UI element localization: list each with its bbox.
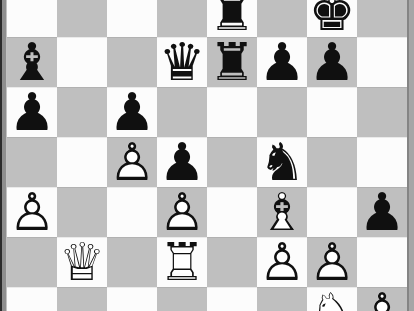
board-left-border xyxy=(0,0,7,311)
black-knight-f5: ♞ xyxy=(257,137,307,187)
white-rook-d3: ♖ xyxy=(157,237,207,287)
square-a7[interactable]: ♝ xyxy=(7,37,57,87)
black-bishop-a7: ♝ xyxy=(7,37,57,87)
square-d7[interactable]: ♛ xyxy=(157,37,207,87)
square-g5[interactable] xyxy=(307,137,357,187)
square-f6[interactable] xyxy=(257,87,307,137)
white-pawn-d4-fill: ♟ xyxy=(157,187,207,237)
square-b8[interactable] xyxy=(57,0,107,37)
square-f5[interactable]: ♞ xyxy=(257,137,307,187)
square-h5[interactable] xyxy=(357,137,407,187)
square-h3[interactable] xyxy=(357,237,407,287)
square-d8[interactable] xyxy=(157,0,207,37)
square-e6[interactable] xyxy=(207,87,257,137)
square-h2[interactable]: ♟♙ xyxy=(357,287,407,311)
square-a6[interactable]: ♟ xyxy=(7,87,57,137)
square-a5[interactable] xyxy=(7,137,57,187)
square-b6[interactable] xyxy=(57,87,107,137)
square-a4[interactable]: ♟♙ xyxy=(7,187,57,237)
black-pawn-d5: ♟ xyxy=(157,137,207,187)
square-b5[interactable] xyxy=(57,137,107,187)
square-d6[interactable] xyxy=(157,87,207,137)
square-c5[interactable]: ♟♙ xyxy=(107,137,157,187)
square-h7[interactable] xyxy=(357,37,407,87)
square-h6[interactable] xyxy=(357,87,407,137)
white-pawn-f3: ♙ xyxy=(257,237,307,287)
black-pawn-h4: ♟ xyxy=(357,187,407,237)
white-bishop-f4-fill: ♝ xyxy=(257,187,307,237)
square-g3[interactable]: ♟♙ xyxy=(307,237,357,287)
black-pawn-a6: ♟ xyxy=(7,87,57,137)
black-pawn-f7: ♟ xyxy=(257,37,307,87)
square-c3[interactable] xyxy=(107,237,157,287)
square-e3[interactable] xyxy=(207,237,257,287)
square-a3[interactable] xyxy=(7,237,57,287)
square-f4[interactable]: ♝♗ xyxy=(257,187,307,237)
black-king-g8: ♚ xyxy=(307,0,357,37)
board-right-border xyxy=(407,0,414,311)
square-e2[interactable] xyxy=(207,287,257,311)
square-g6[interactable] xyxy=(307,87,357,137)
black-pawn-c6: ♟ xyxy=(107,87,157,137)
square-a2[interactable] xyxy=(7,287,57,311)
white-queen-b3: ♕ xyxy=(57,237,107,287)
white-pawn-h2: ♙ xyxy=(357,287,407,311)
square-c6[interactable]: ♟ xyxy=(107,87,157,137)
white-pawn-g3: ♙ xyxy=(307,237,357,287)
square-e5[interactable] xyxy=(207,137,257,187)
square-d5[interactable]: ♟ xyxy=(157,137,207,187)
black-rook-e8: ♜ xyxy=(207,0,257,37)
white-queen-b3-fill: ♛ xyxy=(57,237,107,287)
square-b3[interactable]: ♛♕ xyxy=(57,237,107,287)
square-f8[interactable] xyxy=(257,0,307,37)
square-f2[interactable] xyxy=(257,287,307,311)
white-knight-g2-fill: ♞ xyxy=(307,287,357,311)
square-g2[interactable]: ♞♘ xyxy=(307,287,357,311)
white-pawn-a4: ♙ xyxy=(7,187,57,237)
white-pawn-c5: ♙ xyxy=(107,137,157,187)
white-pawn-g3-fill: ♟ xyxy=(307,237,357,287)
chess-board-grid: ♜♚♝♛♜♟♟♟♟♟♙♟♞♟♙♟♙♝♗♟♛♕♜♖♟♙♟♙♞♘♟♙ xyxy=(7,0,407,311)
square-d3[interactable]: ♜♖ xyxy=(157,237,207,287)
white-knight-g2: ♘ xyxy=(307,287,357,311)
square-h8[interactable] xyxy=(357,0,407,37)
square-b4[interactable] xyxy=(57,187,107,237)
square-d4[interactable]: ♟♙ xyxy=(157,187,207,237)
square-e8[interactable]: ♜ xyxy=(207,0,257,37)
square-c4[interactable] xyxy=(107,187,157,237)
square-f7[interactable]: ♟ xyxy=(257,37,307,87)
square-e4[interactable] xyxy=(207,187,257,237)
white-rook-d3-fill: ♜ xyxy=(157,237,207,287)
square-a8[interactable] xyxy=(7,0,57,37)
chess-diagram: ♜♚♝♛♜♟♟♟♟♟♙♟♞♟♙♟♙♝♗♟♛♕♜♖♟♙♟♙♞♘♟♙ xyxy=(0,0,414,311)
square-g7[interactable]: ♟ xyxy=(307,37,357,87)
white-bishop-f4: ♗ xyxy=(257,187,307,237)
white-pawn-f3-fill: ♟ xyxy=(257,237,307,287)
black-rook-e7: ♜ xyxy=(207,37,257,87)
white-pawn-a4-fill: ♟ xyxy=(7,187,57,237)
white-pawn-d4: ♙ xyxy=(157,187,207,237)
white-pawn-h2-fill: ♟ xyxy=(357,287,407,311)
square-b7[interactable] xyxy=(57,37,107,87)
chess-board: ♜♚♝♛♜♟♟♟♟♟♙♟♞♟♙♟♙♝♗♟♛♕♜♖♟♙♟♙♞♘♟♙ xyxy=(7,0,407,311)
black-queen-d7: ♛ xyxy=(157,37,207,87)
square-f3[interactable]: ♟♙ xyxy=(257,237,307,287)
square-e7[interactable]: ♜ xyxy=(207,37,257,87)
square-c8[interactable] xyxy=(107,0,157,37)
white-pawn-c5-fill: ♟ xyxy=(107,137,157,187)
square-c7[interactable] xyxy=(107,37,157,87)
square-b2[interactable] xyxy=(57,287,107,311)
square-h4[interactable]: ♟ xyxy=(357,187,407,237)
black-pawn-g7: ♟ xyxy=(307,37,357,87)
square-c2[interactable] xyxy=(107,287,157,311)
square-g4[interactable] xyxy=(307,187,357,237)
square-g8[interactable]: ♚ xyxy=(307,0,357,37)
square-d2[interactable] xyxy=(157,287,207,311)
